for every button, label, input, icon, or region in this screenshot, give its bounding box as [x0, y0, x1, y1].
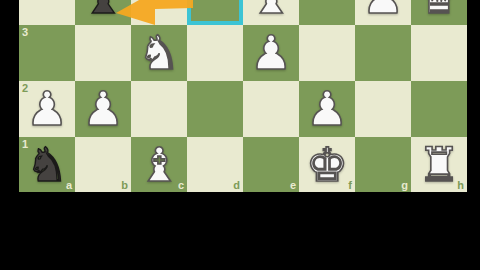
video-frame: 87654♝♝♟♛3♞♟2♟♟♟a1♞bc♝def♚gh♜: [0, 0, 480, 270]
square-d1[interactable]: d: [187, 137, 243, 192]
square-f4[interactable]: [299, 0, 355, 25]
file-label-h: h: [457, 180, 464, 191]
white-bishop-icon[interactable]: ♝: [243, 0, 299, 25]
file-label-g: g: [401, 180, 408, 191]
white-knight-icon[interactable]: ♞: [131, 25, 187, 81]
square-g1[interactable]: g: [355, 137, 411, 192]
square-f3[interactable]: [299, 25, 355, 81]
file-label-e: e: [290, 180, 296, 191]
square-h2[interactable]: [411, 81, 467, 137]
white-pawn-icon[interactable]: ♟: [355, 0, 411, 25]
square-a2[interactable]: 2♟: [19, 81, 75, 137]
square-d3[interactable]: [187, 25, 243, 81]
file-label-a: a: [66, 180, 72, 191]
square-g3[interactable]: [355, 25, 411, 81]
square-h4[interactable]: ♛: [411, 0, 467, 25]
square-f1[interactable]: f♚: [299, 137, 355, 192]
black-bishop-icon[interactable]: ♝: [75, 0, 131, 25]
highlighted-square-d4[interactable]: [187, 0, 243, 25]
square-g4[interactable]: ♟: [355, 0, 411, 25]
rank-label-2: 2: [22, 83, 28, 94]
square-c3[interactable]: ♞: [131, 25, 187, 81]
square-g2[interactable]: [355, 81, 411, 137]
file-label-d: d: [233, 180, 240, 191]
square-b3[interactable]: [75, 25, 131, 81]
chess-board[interactable]: 87654♝♝♟♛3♞♟2♟♟♟a1♞bc♝def♚gh♜: [19, 0, 467, 192]
square-b2[interactable]: ♟: [75, 81, 131, 137]
square-a1[interactable]: a1♞: [19, 137, 75, 192]
white-pawn-icon[interactable]: ♟: [243, 25, 299, 81]
square-e4[interactable]: ♝: [243, 0, 299, 25]
file-label-b: b: [121, 180, 128, 191]
square-e1[interactable]: e: [243, 137, 299, 192]
square-a3[interactable]: 3: [19, 25, 75, 81]
square-d2[interactable]: [187, 81, 243, 137]
white-king-icon[interactable]: ♚: [299, 137, 355, 192]
chess-board-viewport: 87654♝♝♟♛3♞♟2♟♟♟a1♞bc♝def♚gh♜: [19, 0, 467, 192]
square-h1[interactable]: h♜: [411, 137, 467, 192]
rank-label-1: 1: [22, 139, 28, 150]
square-b1[interactable]: b: [75, 137, 131, 192]
square-h3[interactable]: [411, 25, 467, 81]
square-f2[interactable]: ♟: [299, 81, 355, 137]
white-queen-icon[interactable]: ♛: [411, 0, 467, 25]
square-c2[interactable]: [131, 81, 187, 137]
white-pawn-icon[interactable]: ♟: [75, 81, 131, 137]
square-e3[interactable]: ♟: [243, 25, 299, 81]
white-pawn-icon[interactable]: ♟: [299, 81, 355, 137]
square-c1[interactable]: c♝: [131, 137, 187, 192]
square-a4[interactable]: 4: [19, 0, 75, 25]
rank-label-3: 3: [22, 27, 28, 38]
square-c4[interactable]: [131, 0, 187, 25]
file-label-f: f: [348, 180, 352, 191]
square-e2[interactable]: [243, 81, 299, 137]
letterbox-bottom: [0, 192, 480, 270]
square-b4[interactable]: ♝: [75, 0, 131, 25]
file-label-c: c: [178, 180, 184, 191]
